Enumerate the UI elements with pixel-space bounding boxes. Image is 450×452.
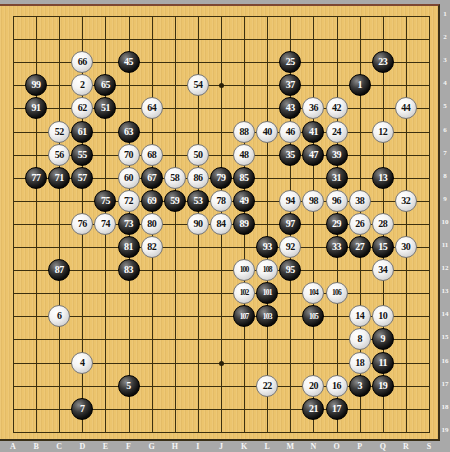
- stone-black-55: 55: [71, 144, 93, 166]
- col-label-H: H: [167, 442, 183, 452]
- stone-white-36: 36: [302, 97, 324, 119]
- row-label-6: 6: [440, 125, 450, 135]
- stone-number: 26: [355, 218, 364, 228]
- stone-black-105: 105: [302, 305, 324, 327]
- stone-white-78: 78: [210, 190, 232, 212]
- row-label-5: 5: [440, 101, 450, 111]
- stone-number: 24: [332, 126, 341, 136]
- row-label-10: 10: [440, 217, 450, 227]
- stone-number: 5: [126, 380, 131, 390]
- stone-number: 7: [80, 403, 85, 413]
- stone-number: 54: [193, 80, 202, 90]
- col-label-D: D: [74, 442, 90, 452]
- stone-number: 55: [78, 149, 87, 159]
- stone-white-56: 56: [48, 144, 70, 166]
- stone-black-31: 31: [326, 167, 348, 189]
- stone-number: 72: [124, 195, 133, 205]
- stone-white-70: 70: [118, 144, 140, 166]
- grid-line-v-1: [13, 16, 14, 433]
- stone-number: 53: [193, 195, 202, 205]
- col-label-Q: Q: [375, 442, 391, 452]
- stone-white-106: 106: [326, 282, 348, 304]
- row-label-19: 19: [440, 425, 450, 435]
- stone-white-50: 50: [187, 144, 209, 166]
- stone-white-102: 102: [233, 282, 255, 304]
- stone-black-43: 43: [279, 97, 301, 119]
- stone-black-17: 17: [326, 398, 348, 420]
- stone-number: 52: [55, 126, 64, 136]
- stone-white-10: 10: [372, 305, 394, 327]
- stone-white-48: 48: [233, 144, 255, 166]
- stone-number: 48: [240, 149, 249, 159]
- stone-number: 99: [32, 80, 41, 90]
- stone-number: 19: [378, 380, 387, 390]
- stone-black-45: 45: [118, 51, 140, 73]
- stone-number: 40: [263, 126, 272, 136]
- col-label-S: S: [421, 442, 437, 452]
- stone-number: 49: [240, 195, 249, 205]
- row-label-2: 2: [440, 32, 450, 42]
- row-label-9: 9: [440, 194, 450, 204]
- stone-white-28: 28: [372, 213, 394, 235]
- col-label-I: I: [190, 442, 206, 452]
- stone-number: 46: [286, 126, 295, 136]
- stone-number: 63: [124, 126, 133, 136]
- stone-number: 30: [401, 242, 410, 252]
- stone-number: 94: [286, 195, 295, 205]
- stone-white-80: 80: [141, 213, 163, 235]
- stone-number: 56: [55, 149, 64, 159]
- stone-number: 28: [378, 218, 387, 228]
- row-label-17: 17: [440, 379, 450, 389]
- stone-black-87: 87: [48, 259, 70, 281]
- stone-number: 98: [309, 195, 318, 205]
- col-label-K: K: [236, 442, 252, 452]
- stone-black-47: 47: [302, 144, 324, 166]
- stone-white-38: 38: [349, 190, 371, 212]
- stone-number: 23: [378, 57, 387, 67]
- grid-line-v-14: [313, 16, 314, 433]
- stone-white-20: 20: [302, 375, 324, 397]
- stone-number: 15: [378, 242, 387, 252]
- col-label-E: E: [97, 442, 113, 452]
- stone-white-104: 104: [302, 282, 324, 304]
- stone-black-35: 35: [279, 144, 301, 166]
- stone-black-7: 7: [71, 398, 93, 420]
- stone-number: 58: [170, 172, 179, 182]
- row-label-4: 4: [440, 78, 450, 88]
- stone-white-74: 74: [94, 213, 116, 235]
- stone-white-60: 60: [118, 167, 140, 189]
- stone-number: 6: [57, 311, 62, 321]
- stone-black-53: 53: [187, 190, 209, 212]
- stone-number: 41: [309, 126, 318, 136]
- stone-black-23: 23: [372, 51, 394, 73]
- stone-white-54: 54: [187, 74, 209, 96]
- stone-black-71: 71: [48, 167, 70, 189]
- stone-number: 17: [332, 403, 341, 413]
- stone-number: 61: [78, 126, 87, 136]
- stone-number: 29: [332, 218, 341, 228]
- stone-number: 60: [124, 172, 133, 182]
- stone-number: 59: [170, 195, 179, 205]
- stone-number: 66: [78, 57, 87, 67]
- stone-white-42: 42: [326, 97, 348, 119]
- row-label-13: 13: [440, 286, 450, 296]
- stone-white-22: 22: [256, 375, 278, 397]
- stone-white-4: 4: [71, 352, 93, 374]
- stone-white-58: 58: [164, 167, 186, 189]
- stone-white-32: 32: [395, 190, 417, 212]
- stone-number: 9: [381, 334, 386, 344]
- row-label-14: 14: [440, 309, 450, 319]
- stone-number: 13: [378, 172, 387, 182]
- row-label-8: 8: [440, 171, 450, 181]
- col-label-L: L: [259, 442, 275, 452]
- stone-number: 32: [401, 195, 410, 205]
- stone-number: 45: [124, 57, 133, 67]
- stone-black-21: 21: [302, 398, 324, 420]
- stone-number: 33: [332, 242, 341, 252]
- stone-black-5: 5: [118, 375, 140, 397]
- stone-number: 47: [309, 149, 318, 159]
- stone-white-64: 64: [141, 97, 163, 119]
- hoshi-point: [219, 361, 224, 366]
- grid-line-v-8: [175, 16, 176, 433]
- stone-white-40: 40: [256, 121, 278, 143]
- row-label-12: 12: [440, 263, 450, 273]
- stone-number: 108: [263, 266, 272, 274]
- stone-number: 80: [147, 218, 156, 228]
- stone-number: 71: [55, 172, 64, 182]
- stone-white-92: 92: [279, 236, 301, 258]
- stone-black-29: 29: [326, 213, 348, 235]
- stone-number: 105: [309, 312, 318, 320]
- stone-black-11: 11: [372, 352, 394, 374]
- stone-number: 101: [263, 289, 272, 297]
- stone-black-89: 89: [233, 213, 255, 235]
- stone-black-67: 67: [141, 167, 163, 189]
- stone-white-98: 98: [302, 190, 324, 212]
- col-label-M: M: [282, 442, 298, 452]
- stone-number: 67: [147, 172, 156, 182]
- stone-black-13: 13: [372, 167, 394, 189]
- stone-number: 14: [355, 311, 364, 321]
- stone-black-3: 3: [349, 375, 371, 397]
- stone-number: 77: [32, 172, 41, 182]
- stone-number: 43: [286, 103, 295, 113]
- stone-number: 16: [332, 380, 341, 390]
- stone-number: 57: [78, 172, 87, 182]
- stone-number: 76: [78, 218, 87, 228]
- col-label-N: N: [305, 442, 321, 452]
- stone-number: 50: [193, 149, 202, 159]
- stone-black-69: 69: [141, 190, 163, 212]
- stone-number: 20: [309, 380, 318, 390]
- stone-number: 3: [357, 380, 362, 390]
- stone-black-65: 65: [94, 74, 116, 96]
- stone-black-91: 91: [25, 97, 47, 119]
- col-label-A: A: [5, 442, 21, 452]
- stone-number: 44: [401, 103, 410, 113]
- stone-number: 95: [286, 265, 295, 275]
- stone-white-6: 6: [48, 305, 70, 327]
- stone-black-41: 41: [302, 121, 324, 143]
- stone-black-103: 103: [256, 305, 278, 327]
- stone-black-85: 85: [233, 167, 255, 189]
- stone-number: 106: [332, 289, 341, 297]
- stone-white-2: 2: [71, 74, 93, 96]
- go-game-frame: 1234567891011121314151617181920212223242…: [0, 0, 450, 452]
- stone-number: 78: [216, 195, 225, 205]
- stone-number: 37: [286, 80, 295, 90]
- col-label-F: F: [121, 442, 137, 452]
- stone-number: 107: [240, 312, 249, 320]
- stone-black-33: 33: [326, 236, 348, 258]
- stone-white-68: 68: [141, 144, 163, 166]
- stone-black-93: 93: [256, 236, 278, 258]
- stone-black-95: 95: [279, 259, 301, 281]
- stone-white-52: 52: [48, 121, 70, 143]
- stone-black-51: 51: [94, 97, 116, 119]
- stone-number: 93: [263, 242, 272, 252]
- row-label-3: 3: [440, 55, 450, 65]
- stone-black-39: 39: [326, 144, 348, 166]
- stone-number: 8: [357, 334, 362, 344]
- stone-number: 35: [286, 149, 295, 159]
- stone-black-1: 1: [349, 74, 371, 96]
- row-label-7: 7: [440, 148, 450, 158]
- stone-number: 73: [124, 218, 133, 228]
- stone-white-62: 62: [71, 97, 93, 119]
- stone-white-90: 90: [187, 213, 209, 235]
- stone-number: 104: [309, 289, 318, 297]
- stone-number: 12: [378, 126, 387, 136]
- col-label-C: C: [51, 442, 67, 452]
- row-label-11: 11: [440, 240, 450, 250]
- stone-number: 90: [193, 218, 202, 228]
- stone-number: 62: [78, 103, 87, 113]
- col-label-J: J: [213, 442, 229, 452]
- stone-number: 75: [101, 195, 110, 205]
- stone-white-16: 16: [326, 375, 348, 397]
- stone-white-72: 72: [118, 190, 140, 212]
- stone-number: 84: [216, 218, 225, 228]
- col-label-B: B: [28, 442, 44, 452]
- stone-number: 82: [147, 242, 156, 252]
- stone-black-97: 97: [279, 213, 301, 235]
- stone-number: 65: [101, 80, 110, 90]
- stone-black-73: 73: [118, 213, 140, 235]
- col-label-P: P: [352, 442, 368, 452]
- stone-white-108: 108: [256, 259, 278, 281]
- stone-number: 91: [32, 103, 41, 113]
- row-label-18: 18: [440, 402, 450, 412]
- hoshi-point: [219, 83, 224, 88]
- grid-line-v-3: [59, 16, 60, 433]
- stone-white-82: 82: [141, 236, 163, 258]
- stone-number: 92: [286, 242, 295, 252]
- stone-number: 34: [378, 265, 387, 275]
- stone-number: 81: [124, 242, 133, 252]
- stone-number: 100: [240, 266, 249, 274]
- stone-number: 68: [147, 149, 156, 159]
- stone-number: 74: [101, 218, 110, 228]
- stone-black-37: 37: [279, 74, 301, 96]
- stone-number: 83: [124, 265, 133, 275]
- stone-number: 79: [216, 172, 225, 182]
- stone-number: 21: [309, 403, 318, 413]
- stone-black-25: 25: [279, 51, 301, 73]
- stone-white-8: 8: [349, 328, 371, 350]
- stone-white-24: 24: [326, 121, 348, 143]
- stone-white-100: 100: [233, 259, 255, 281]
- stone-white-84: 84: [210, 213, 232, 235]
- col-label-O: O: [329, 442, 345, 452]
- stone-black-107: 107: [233, 305, 255, 327]
- stone-black-19: 19: [372, 375, 394, 397]
- stone-white-66: 66: [71, 51, 93, 73]
- stone-white-14: 14: [349, 305, 371, 327]
- stone-number: 87: [55, 265, 64, 275]
- go-board[interactable]: 1234567891011121314151617181920212223242…: [0, 4, 440, 441]
- grid-line-v-19: [429, 16, 430, 433]
- stone-number: 97: [286, 218, 295, 228]
- stone-black-59: 59: [164, 190, 186, 212]
- stone-number: 25: [286, 57, 295, 67]
- stone-number: 96: [332, 195, 341, 205]
- stone-black-101: 101: [256, 282, 278, 304]
- stone-white-26: 26: [349, 213, 371, 235]
- stone-number: 10: [378, 311, 387, 321]
- row-label-1: 1: [440, 9, 450, 19]
- stone-number: 1: [357, 80, 362, 90]
- row-label-15: 15: [440, 332, 450, 342]
- stone-number: 85: [240, 172, 249, 182]
- stone-number: 70: [124, 149, 133, 159]
- stone-black-63: 63: [118, 121, 140, 143]
- stone-number: 89: [240, 218, 249, 228]
- stone-white-96: 96: [326, 190, 348, 212]
- stone-number: 31: [332, 172, 341, 182]
- stone-white-46: 46: [279, 121, 301, 143]
- stone-number: 18: [355, 357, 364, 367]
- stone-white-76: 76: [71, 213, 93, 235]
- stone-number: 22: [263, 380, 272, 390]
- stone-number: 88: [240, 126, 249, 136]
- stone-black-75: 75: [94, 190, 116, 212]
- col-label-G: G: [144, 442, 160, 452]
- stone-number: 27: [355, 242, 364, 252]
- stone-number: 69: [147, 195, 156, 205]
- stone-white-86: 86: [187, 167, 209, 189]
- stone-black-99: 99: [25, 74, 47, 96]
- stone-black-27: 27: [349, 236, 371, 258]
- stone-number: 39: [332, 149, 341, 159]
- stone-black-81: 81: [118, 236, 140, 258]
- stone-number: 103: [263, 312, 272, 320]
- stone-white-34: 34: [372, 259, 394, 281]
- stone-number: 42: [332, 103, 341, 113]
- stone-number: 36: [309, 103, 318, 113]
- stone-black-57: 57: [71, 167, 93, 189]
- stone-number: 64: [147, 103, 156, 113]
- grid-line-v-18: [406, 16, 407, 433]
- stone-number: 86: [193, 172, 202, 182]
- stone-black-83: 83: [118, 259, 140, 281]
- stone-white-12: 12: [372, 121, 394, 143]
- stone-white-18: 18: [349, 352, 371, 374]
- stone-number: 4: [80, 357, 85, 367]
- stone-number: 102: [240, 289, 249, 297]
- col-label-R: R: [398, 442, 414, 452]
- stone-white-30: 30: [395, 236, 417, 258]
- stone-white-44: 44: [395, 97, 417, 119]
- stone-black-49: 49: [233, 190, 255, 212]
- row-label-16: 16: [440, 356, 450, 366]
- stone-number: 2: [80, 80, 85, 90]
- stone-white-94: 94: [279, 190, 301, 212]
- stone-black-15: 15: [372, 236, 394, 258]
- stone-number: 38: [355, 195, 364, 205]
- stone-number: 11: [379, 357, 387, 367]
- stone-black-61: 61: [71, 121, 93, 143]
- stone-black-9: 9: [372, 328, 394, 350]
- stone-white-88: 88: [233, 121, 255, 143]
- stone-number: 51: [101, 103, 110, 113]
- grid-line-v-12: [267, 16, 268, 433]
- stone-black-79: 79: [210, 167, 232, 189]
- stone-black-77: 77: [25, 167, 47, 189]
